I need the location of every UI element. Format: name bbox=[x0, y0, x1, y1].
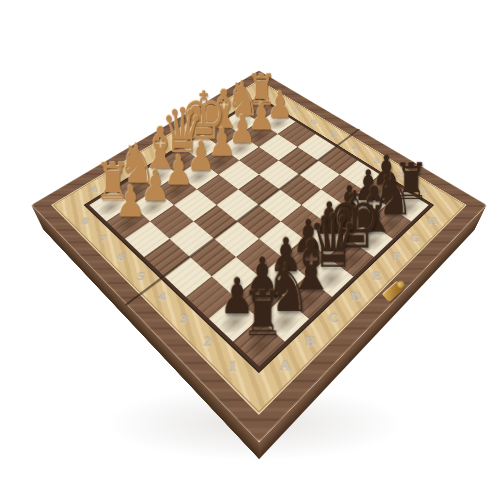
chess-set-photo: ♜♞♝♛♚♝♞♜♟♟♟♟♟♟♟♟♟♟♟♟♟♟♟♟♜♞♝♛♚♝♞♜ ABCDEFG… bbox=[0, 0, 500, 500]
chess-board: ♜♞♝♛♚♝♞♜♟♟♟♟♟♟♟♟♟♟♟♟♟♟♟♟♜♞♝♛♚♝♞♜ ABCDEFG… bbox=[31, 70, 486, 442]
board-scene: ♜♞♝♛♚♝♞♜♟♟♟♟♟♟♟♟♟♟♟♟♟♟♟♟♜♞♝♛♚♝♞♜ ABCDEFG… bbox=[98, 44, 420, 366]
